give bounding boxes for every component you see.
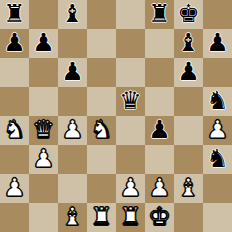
square-h1[interactable] bbox=[203, 203, 232, 232]
square-f4[interactable]: ♟ bbox=[145, 116, 174, 145]
square-d1[interactable]: ♜ bbox=[87, 203, 116, 232]
square-h7[interactable]: ♟ bbox=[203, 29, 232, 58]
square-g3[interactable] bbox=[174, 145, 203, 174]
piece-black-rook[interactable]: ♜ bbox=[148, 1, 170, 26]
piece-black-bishop[interactable]: ♝ bbox=[177, 30, 199, 55]
square-g2[interactable]: ♝ bbox=[174, 174, 203, 203]
square-d5[interactable] bbox=[87, 87, 116, 116]
piece-black-pawn[interactable]: ♟ bbox=[61, 59, 83, 84]
piece-white-pawn[interactable]: ♟ bbox=[32, 146, 54, 171]
square-g5[interactable] bbox=[174, 87, 203, 116]
square-b8[interactable] bbox=[29, 0, 58, 29]
square-f7[interactable] bbox=[145, 29, 174, 58]
square-f6[interactable] bbox=[145, 58, 174, 87]
piece-white-pawn[interactable]: ♟ bbox=[119, 175, 141, 200]
square-c2[interactable] bbox=[58, 174, 87, 203]
square-b7[interactable]: ♟ bbox=[29, 29, 58, 58]
square-e4[interactable] bbox=[116, 116, 145, 145]
piece-white-pawn[interactable]: ♟ bbox=[206, 117, 228, 142]
square-h5[interactable]: ♞ bbox=[203, 87, 232, 116]
square-g6[interactable]: ♟ bbox=[174, 58, 203, 87]
piece-black-pawn[interactable]: ♟ bbox=[206, 30, 228, 55]
square-d2[interactable] bbox=[87, 174, 116, 203]
square-e3[interactable] bbox=[116, 145, 145, 174]
piece-white-rook[interactable]: ♜ bbox=[119, 204, 141, 229]
square-e7[interactable] bbox=[116, 29, 145, 58]
square-g7[interactable]: ♝ bbox=[174, 29, 203, 58]
square-f5[interactable] bbox=[145, 87, 174, 116]
square-h4[interactable]: ♟ bbox=[203, 116, 232, 145]
square-b1[interactable] bbox=[29, 203, 58, 232]
square-h6[interactable] bbox=[203, 58, 232, 87]
square-b2[interactable] bbox=[29, 174, 58, 203]
piece-black-queen[interactable]: ♛ bbox=[119, 88, 141, 113]
square-h8[interactable] bbox=[203, 0, 232, 29]
square-b5[interactable] bbox=[29, 87, 58, 116]
piece-white-pawn[interactable]: ♟ bbox=[61, 117, 83, 142]
square-c7[interactable] bbox=[58, 29, 87, 58]
square-a2[interactable]: ♟ bbox=[0, 174, 29, 203]
piece-black-knight[interactable]: ♞ bbox=[206, 88, 228, 113]
square-c8[interactable]: ♝ bbox=[58, 0, 87, 29]
square-c1[interactable]: ♝ bbox=[58, 203, 87, 232]
chess-board: ♜♝♜♚♟♟♝♟♟♟♛♞♞♛♟♞♟♟♟♞♟♟♟♝♝♜♜♚ bbox=[0, 0, 232, 232]
square-a6[interactable] bbox=[0, 58, 29, 87]
square-g8[interactable]: ♚ bbox=[174, 0, 203, 29]
square-d8[interactable] bbox=[87, 0, 116, 29]
square-h2[interactable] bbox=[203, 174, 232, 203]
square-a3[interactable] bbox=[0, 145, 29, 174]
square-e2[interactable]: ♟ bbox=[116, 174, 145, 203]
square-e8[interactable] bbox=[116, 0, 145, 29]
square-d3[interactable] bbox=[87, 145, 116, 174]
square-d6[interactable] bbox=[87, 58, 116, 87]
piece-black-pawn[interactable]: ♟ bbox=[177, 59, 199, 84]
square-e5[interactable]: ♛ bbox=[116, 87, 145, 116]
square-f3[interactable] bbox=[145, 145, 174, 174]
piece-white-pawn[interactable]: ♟ bbox=[3, 175, 25, 200]
piece-black-pawn[interactable]: ♟ bbox=[32, 30, 54, 55]
piece-black-pawn[interactable]: ♟ bbox=[3, 30, 25, 55]
square-d7[interactable] bbox=[87, 29, 116, 58]
square-a4[interactable]: ♞ bbox=[0, 116, 29, 145]
piece-black-rook[interactable]: ♜ bbox=[3, 1, 25, 26]
square-b6[interactable] bbox=[29, 58, 58, 87]
square-c3[interactable] bbox=[58, 145, 87, 174]
square-c5[interactable] bbox=[58, 87, 87, 116]
piece-black-bishop[interactable]: ♝ bbox=[61, 1, 83, 26]
square-e6[interactable] bbox=[116, 58, 145, 87]
piece-white-queen[interactable]: ♛ bbox=[32, 117, 54, 142]
square-d4[interactable]: ♞ bbox=[87, 116, 116, 145]
square-a5[interactable] bbox=[0, 87, 29, 116]
square-g4[interactable] bbox=[174, 116, 203, 145]
piece-white-rook[interactable]: ♜ bbox=[90, 204, 112, 229]
piece-white-knight[interactable]: ♞ bbox=[3, 117, 25, 142]
square-c6[interactable]: ♟ bbox=[58, 58, 87, 87]
chess-board-wrap: ♜♝♜♚♟♟♝♟♟♟♛♞♞♛♟♞♟♟♟♞♟♟♟♝♝♜♜♚ bbox=[0, 0, 232, 232]
square-g1[interactable] bbox=[174, 203, 203, 232]
piece-black-pawn[interactable]: ♟ bbox=[148, 117, 170, 142]
piece-white-bishop[interactable]: ♝ bbox=[61, 204, 83, 229]
square-h3[interactable]: ♞ bbox=[203, 145, 232, 174]
square-c4[interactable]: ♟ bbox=[58, 116, 87, 145]
square-b3[interactable]: ♟ bbox=[29, 145, 58, 174]
square-f1[interactable]: ♚ bbox=[145, 203, 174, 232]
square-a7[interactable]: ♟ bbox=[0, 29, 29, 58]
square-a8[interactable]: ♜ bbox=[0, 0, 29, 29]
piece-white-bishop[interactable]: ♝ bbox=[177, 175, 199, 200]
piece-black-knight[interactable]: ♞ bbox=[206, 146, 228, 171]
square-b4[interactable]: ♛ bbox=[29, 116, 58, 145]
piece-white-pawn[interactable]: ♟ bbox=[148, 175, 170, 200]
piece-white-king[interactable]: ♚ bbox=[148, 204, 170, 229]
square-e1[interactable]: ♜ bbox=[116, 203, 145, 232]
piece-black-king[interactable]: ♚ bbox=[177, 1, 199, 26]
piece-white-knight[interactable]: ♞ bbox=[90, 117, 112, 142]
square-f2[interactable]: ♟ bbox=[145, 174, 174, 203]
square-f8[interactable]: ♜ bbox=[145, 0, 174, 29]
square-a1[interactable] bbox=[0, 203, 29, 232]
